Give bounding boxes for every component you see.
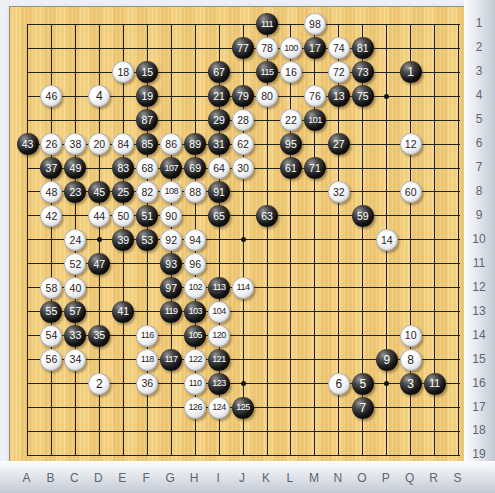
stone-white-120[interactable]: 120 (208, 325, 230, 347)
move-number: 101 (308, 116, 322, 125)
stone-white-48[interactable]: 48 (40, 181, 62, 203)
stone-white-80[interactable]: 80 (256, 85, 278, 107)
stone-black-25[interactable]: 25 (112, 181, 134, 203)
stone-black-11[interactable]: 11 (424, 373, 446, 395)
column-label-F: F (143, 471, 150, 485)
stone-white-18[interactable]: 18 (112, 61, 134, 83)
stone-black-63[interactable]: 63 (256, 205, 278, 227)
move-number: 72 (333, 67, 345, 78)
row-label-10: 10 (472, 232, 485, 246)
move-number: 98 (309, 19, 321, 30)
row-label-11: 11 (473, 256, 485, 270)
move-number: 42 (46, 211, 58, 222)
move-number: 94 (189, 235, 201, 246)
move-number: 6 (336, 378, 343, 390)
column-label-O: O (357, 471, 366, 485)
stone-black-43[interactable]: 43 (17, 133, 39, 155)
stone-black-3[interactable]: 3 (400, 373, 422, 395)
move-number: 65 (213, 211, 225, 222)
move-number: 28 (237, 115, 249, 126)
move-number: 116 (141, 331, 154, 340)
move-number: 7 (359, 402, 366, 414)
stone-black-51[interactable]: 51 (136, 205, 158, 227)
star-point (384, 381, 389, 386)
move-number: 56 (46, 354, 58, 365)
move-number: 119 (165, 307, 178, 316)
stone-black-13[interactable]: 13 (328, 85, 350, 107)
column-label-C: C (70, 471, 79, 485)
move-number: 55 (46, 306, 58, 317)
stone-white-78[interactable]: 78 (256, 37, 278, 59)
move-number: 62 (237, 139, 249, 150)
stone-white-126[interactable]: 126 (184, 397, 206, 419)
move-number: 122 (188, 355, 202, 364)
move-number: 39 (117, 235, 129, 246)
move-number: 36 (141, 378, 153, 389)
stone-black-113[interactable]: 113 (208, 277, 230, 299)
stone-black-37[interactable]: 37 (40, 157, 62, 179)
stone-black-35[interactable]: 35 (88, 325, 110, 347)
grid-line-vertical (290, 24, 291, 456)
move-number: 75 (357, 91, 369, 102)
stone-white-116[interactable]: 116 (136, 325, 158, 347)
stone-white-86[interactable]: 86 (160, 133, 182, 155)
stone-white-40[interactable]: 40 (64, 277, 86, 299)
move-number: 76 (309, 91, 321, 102)
move-number: 96 (189, 259, 201, 270)
stone-white-6[interactable]: 6 (328, 373, 350, 395)
star-point (384, 94, 389, 99)
move-number: 41 (117, 306, 129, 317)
stone-black-27[interactable]: 27 (328, 133, 350, 155)
stone-white-62[interactable]: 62 (232, 133, 254, 155)
grid-line-horizontal (28, 24, 460, 25)
row-label-15: 15 (472, 352, 485, 366)
stone-white-114[interactable]: 114 (232, 277, 254, 299)
stone-black-21[interactable]: 21 (208, 85, 230, 107)
row-label-16: 16 (472, 376, 485, 390)
stone-white-22[interactable]: 22 (280, 109, 302, 131)
move-number: 8 (407, 354, 414, 366)
stone-black-101[interactable]: 101 (304, 109, 326, 131)
stone-white-36[interactable]: 36 (136, 373, 158, 395)
move-number: 33 (70, 330, 82, 341)
stone-black-87[interactable]: 87 (136, 109, 158, 131)
move-number: 88 (189, 187, 201, 198)
row-label-13: 13 (472, 304, 485, 318)
stone-black-65[interactable]: 65 (208, 205, 230, 227)
move-number: 27 (333, 139, 345, 150)
stone-black-69[interactable]: 69 (184, 157, 206, 179)
stone-white-96[interactable]: 96 (184, 253, 206, 275)
row-label-1: 1 (476, 16, 483, 30)
move-number: 100 (284, 44, 298, 53)
stone-black-123[interactable]: 123 (208, 373, 230, 395)
move-number: 89 (189, 139, 201, 150)
stone-white-84[interactable]: 84 (112, 133, 134, 155)
stone-black-117[interactable]: 117 (160, 349, 182, 371)
kifu-page: { "game": "go", "diagram": { "type": "nu… (0, 0, 495, 493)
column-label-Q: Q (405, 471, 414, 485)
stone-white-108[interactable]: 108 (160, 181, 182, 203)
move-number: 49 (70, 163, 82, 174)
go-board[interactable]: 1234567891011121314151617181920212223242… (9, 6, 466, 463)
move-number: 51 (141, 211, 153, 222)
column-label-B: B (46, 471, 54, 485)
move-number: 123 (212, 379, 226, 388)
grid-line-horizontal (28, 311, 460, 312)
stone-black-75[interactable]: 75 (352, 85, 374, 107)
move-number: 16 (285, 67, 297, 78)
move-number: 64 (213, 163, 225, 174)
move-number: 25 (117, 187, 129, 198)
move-number: 79 (237, 91, 249, 102)
move-number: 92 (165, 235, 177, 246)
move-number: 34 (70, 354, 82, 365)
row-label-6: 6 (476, 136, 483, 150)
stone-black-103[interactable]: 103 (184, 301, 206, 323)
column-label-D: D (94, 471, 103, 485)
move-number: 126 (188, 403, 202, 412)
move-number: 117 (165, 355, 178, 364)
move-number: 53 (141, 235, 153, 246)
stone-white-8[interactable]: 8 (400, 349, 422, 371)
stone-white-28[interactable]: 28 (232, 109, 254, 131)
move-number: 48 (46, 187, 58, 198)
move-number: 5 (359, 378, 366, 390)
move-number: 45 (94, 187, 106, 198)
move-number: 71 (309, 163, 321, 174)
star-point (241, 237, 246, 242)
move-number: 102 (188, 283, 202, 292)
move-number: 84 (117, 139, 129, 150)
move-number: 93 (165, 259, 177, 270)
stone-white-124[interactable]: 124 (208, 397, 230, 419)
stone-black-105[interactable]: 105 (184, 325, 206, 347)
move-number: 77 (237, 43, 249, 54)
stone-black-111[interactable]: 111 (256, 13, 278, 35)
move-number: 54 (46, 330, 58, 341)
row-label-7: 7 (476, 160, 483, 174)
move-number: 2 (96, 378, 103, 390)
stone-white-30[interactable]: 30 (232, 157, 254, 179)
move-number: 10 (405, 330, 417, 341)
move-number: 3 (407, 378, 414, 390)
stone-black-29[interactable]: 29 (208, 109, 230, 131)
row-label-12: 12 (472, 280, 485, 294)
move-number: 31 (213, 139, 225, 150)
move-number: 114 (237, 283, 250, 292)
stone-black-125[interactable]: 125 (232, 397, 254, 419)
row-label-5: 5 (476, 112, 483, 126)
stone-black-81[interactable]: 81 (352, 37, 374, 59)
stone-white-64[interactable]: 64 (208, 157, 230, 179)
move-number: 80 (261, 91, 273, 102)
column-label-S: S (454, 471, 462, 485)
stone-white-82[interactable]: 82 (136, 181, 158, 203)
stone-white-110[interactable]: 110 (184, 373, 206, 395)
move-number: 17 (309, 43, 321, 54)
move-number: 85 (141, 139, 153, 150)
stone-white-34[interactable]: 34 (64, 349, 86, 371)
stone-black-119[interactable]: 119 (160, 301, 182, 323)
stone-white-118[interactable]: 118 (136, 349, 158, 371)
stone-black-23[interactable]: 23 (64, 181, 86, 203)
stone-white-72[interactable]: 72 (328, 61, 350, 83)
move-number: 82 (141, 187, 153, 198)
stone-white-12[interactable]: 12 (400, 133, 422, 155)
move-number: 50 (117, 211, 129, 222)
stone-white-4[interactable]: 4 (88, 85, 110, 107)
stone-black-91[interactable]: 91 (208, 181, 230, 203)
stone-black-41[interactable]: 41 (112, 301, 134, 323)
move-number: 14 (381, 235, 393, 246)
move-number: 107 (164, 164, 178, 173)
row-label-9: 9 (476, 208, 483, 222)
move-number: 95 (285, 139, 297, 150)
stone-white-42[interactable]: 42 (40, 205, 62, 227)
move-number: 43 (22, 139, 34, 150)
move-number: 40 (70, 283, 82, 294)
move-number: 32 (333, 187, 345, 198)
stone-black-17[interactable]: 17 (304, 37, 326, 59)
move-number: 61 (285, 163, 297, 174)
column-label-M: M (309, 471, 319, 485)
column-label-R: R (429, 471, 438, 485)
stone-white-122[interactable]: 122 (184, 349, 206, 371)
stone-black-107[interactable]: 107 (160, 157, 182, 179)
grid-line-vertical (458, 24, 459, 456)
grid-line-horizontal (28, 455, 460, 456)
stone-black-45[interactable]: 45 (88, 181, 110, 203)
row-label-3: 3 (476, 64, 483, 78)
stone-black-57[interactable]: 57 (64, 301, 86, 323)
stone-black-73[interactable]: 73 (352, 61, 374, 83)
column-label-G: G (166, 471, 175, 485)
stone-black-53[interactable]: 53 (136, 229, 158, 251)
stone-black-5[interactable]: 5 (352, 373, 374, 395)
stone-black-9[interactable]: 9 (376, 349, 398, 371)
move-number: 124 (212, 403, 226, 412)
move-number: 52 (70, 259, 82, 270)
stone-white-76[interactable]: 76 (304, 85, 326, 107)
move-number: 20 (94, 139, 106, 150)
stone-black-19[interactable]: 19 (136, 85, 158, 107)
move-number: 47 (94, 259, 106, 270)
row-label-14: 14 (472, 328, 485, 342)
move-number: 59 (357, 211, 369, 222)
column-label-I: I (216, 471, 219, 485)
move-number: 105 (188, 331, 202, 340)
move-number: 38 (70, 139, 82, 150)
move-number: 81 (357, 43, 369, 54)
move-number: 9 (383, 354, 390, 366)
move-number: 58 (46, 283, 58, 294)
stone-black-39[interactable]: 39 (112, 229, 134, 251)
stone-white-94[interactable]: 94 (184, 229, 206, 251)
stone-white-16[interactable]: 16 (280, 61, 302, 83)
stone-white-104[interactable]: 104 (208, 301, 230, 323)
move-number: 104 (212, 307, 226, 316)
column-label-L: L (287, 471, 294, 485)
stone-white-24[interactable]: 24 (64, 229, 86, 251)
move-number: 68 (141, 163, 153, 174)
grid-line-horizontal (28, 431, 460, 432)
move-number: 30 (237, 163, 249, 174)
row-label-8: 8 (476, 184, 483, 198)
move-number: 60 (405, 187, 417, 198)
stone-white-54[interactable]: 54 (40, 325, 62, 347)
move-number: 63 (261, 211, 273, 222)
column-label-A: A (22, 471, 30, 485)
stone-white-88[interactable]: 88 (184, 181, 206, 203)
move-number: 90 (165, 211, 177, 222)
move-number: 37 (46, 163, 58, 174)
stone-black-85[interactable]: 85 (136, 133, 158, 155)
stone-white-102[interactable]: 102 (184, 277, 206, 299)
move-number: 110 (189, 379, 202, 388)
move-number: 67 (213, 67, 225, 78)
stone-black-31[interactable]: 31 (208, 133, 230, 155)
row-label-17: 17 (472, 400, 485, 414)
move-number: 108 (164, 187, 178, 196)
move-number: 18 (117, 67, 129, 78)
stone-black-67[interactable]: 67 (208, 61, 230, 83)
column-label-P: P (382, 471, 390, 485)
move-number: 19 (141, 91, 153, 102)
stone-white-14[interactable]: 14 (376, 229, 398, 251)
move-number: 113 (213, 283, 226, 292)
stone-black-71[interactable]: 71 (304, 157, 326, 179)
stone-white-52[interactable]: 52 (64, 253, 86, 275)
move-number: 74 (333, 43, 345, 54)
move-number: 57 (70, 306, 82, 317)
stone-black-33[interactable]: 33 (64, 325, 86, 347)
column-label-K: K (262, 471, 270, 485)
move-number: 83 (117, 163, 129, 174)
move-number: 73 (357, 67, 369, 78)
stone-white-46[interactable]: 46 (40, 85, 62, 107)
move-number: 115 (261, 68, 274, 77)
stone-white-74[interactable]: 74 (328, 37, 350, 59)
move-number: 23 (70, 187, 82, 198)
move-number: 21 (213, 91, 225, 102)
stone-black-89[interactable]: 89 (184, 133, 206, 155)
row-label-19: 19 (472, 447, 485, 461)
move-number: 4 (96, 90, 103, 102)
stone-white-44[interactable]: 44 (88, 205, 110, 227)
move-number: 103 (188, 307, 202, 316)
move-number: 35 (94, 330, 106, 341)
column-label-J: J (239, 471, 245, 485)
stone-white-20[interactable]: 20 (88, 133, 110, 155)
stone-white-98[interactable]: 98 (304, 13, 326, 35)
stone-black-115[interactable]: 115 (256, 61, 278, 83)
stone-white-50[interactable]: 50 (112, 205, 134, 227)
move-number: 29 (213, 115, 225, 126)
stone-white-92[interactable]: 92 (160, 229, 182, 251)
stone-white-100[interactable]: 100 (280, 37, 302, 59)
column-label-H: H (190, 471, 199, 485)
stone-black-93[interactable]: 93 (160, 253, 182, 275)
move-number: 12 (405, 139, 417, 150)
move-number: 44 (94, 211, 106, 222)
move-number: 69 (189, 163, 201, 174)
stone-black-47[interactable]: 47 (88, 253, 110, 275)
stone-white-58[interactable]: 58 (40, 277, 62, 299)
move-number: 24 (70, 235, 82, 246)
star-point (241, 381, 246, 386)
stone-black-79[interactable]: 79 (232, 85, 254, 107)
stone-black-61[interactable]: 61 (280, 157, 302, 179)
stone-white-26[interactable]: 26 (40, 133, 62, 155)
row-label-18: 18 (472, 423, 485, 437)
move-number: 111 (261, 20, 273, 29)
stone-black-95[interactable]: 95 (280, 133, 302, 155)
row-label-2: 2 (476, 40, 483, 54)
grid-line-vertical (27, 24, 28, 456)
move-number: 118 (141, 355, 154, 364)
stone-black-121[interactable]: 121 (208, 349, 230, 371)
move-number: 15 (141, 67, 153, 78)
stone-white-90[interactable]: 90 (160, 205, 182, 227)
stone-black-83[interactable]: 83 (112, 157, 134, 179)
stone-black-59[interactable]: 59 (352, 205, 374, 227)
move-number: 87 (141, 115, 153, 126)
stone-white-60[interactable]: 60 (400, 181, 422, 203)
stone-white-38[interactable]: 38 (64, 133, 86, 155)
move-number: 97 (165, 283, 177, 294)
stone-black-97[interactable]: 97 (160, 277, 182, 299)
stone-white-32[interactable]: 32 (328, 181, 350, 203)
move-number: 26 (46, 139, 58, 150)
star-point (97, 237, 102, 242)
stone-black-55[interactable]: 55 (40, 301, 62, 323)
stone-white-2[interactable]: 2 (88, 373, 110, 395)
move-number: 78 (261, 43, 273, 54)
stone-black-49[interactable]: 49 (64, 157, 86, 179)
move-number: 91 (213, 187, 225, 198)
row-label-4: 4 (476, 88, 483, 102)
grid-line-horizontal (28, 72, 460, 73)
stone-black-77[interactable]: 77 (232, 37, 254, 59)
move-number: 121 (212, 355, 226, 364)
move-number: 86 (165, 139, 177, 150)
column-label-E: E (118, 471, 126, 485)
move-number: 22 (285, 115, 297, 126)
stone-white-68[interactable]: 68 (136, 157, 158, 179)
stone-white-10[interactable]: 10 (400, 325, 422, 347)
move-number: 125 (236, 403, 250, 412)
move-number: 120 (212, 331, 226, 340)
move-number: 1 (407, 66, 414, 78)
move-number: 13 (333, 91, 345, 102)
stone-black-1[interactable]: 1 (400, 61, 422, 83)
stone-white-56[interactable]: 56 (40, 349, 62, 371)
move-number: 11 (429, 378, 440, 389)
stone-black-15[interactable]: 15 (136, 61, 158, 83)
column-label-N: N (334, 471, 343, 485)
stone-black-7[interactable]: 7 (352, 397, 374, 419)
move-number: 46 (46, 91, 58, 102)
